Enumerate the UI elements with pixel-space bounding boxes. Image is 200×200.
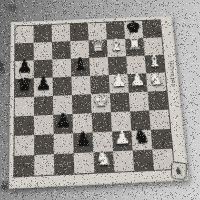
square-h3[interactable]: [149, 110, 170, 130]
square-f5[interactable]: ♟: [109, 74, 129, 93]
piece-black-pawn[interactable]: ♟: [73, 127, 93, 151]
square-g4[interactable]: [129, 92, 149, 112]
chess-board: ♚♛♝♜♟♝♝♛♟♟♟♞♚♟♟♟♞♞ Olympia ♞: [9, 15, 189, 188]
square-e6[interactable]: [89, 57, 108, 76]
piece-white-queen[interactable]: ♛: [88, 35, 107, 56]
square-f2[interactable]: ♟: [112, 131, 133, 152]
square-g1[interactable]: [133, 150, 154, 171]
square-d2[interactable]: ♟: [73, 132, 93, 153]
piece-white-pawn[interactable]: ♟: [109, 69, 129, 91]
piece-black-queen[interactable]: ♛: [15, 74, 34, 96]
square-d4[interactable]: [72, 94, 92, 114]
square-d8[interactable]: [70, 23, 89, 41]
piece-black-knight[interactable]: ♞: [131, 125, 152, 149]
board-frame: ♚♛♝♜♟♝♝♛♟♟♟♞♚♟♟♟♞♞ Olympia ♞: [9, 15, 189, 188]
square-b4[interactable]: [34, 96, 53, 116]
square-c1[interactable]: [54, 153, 74, 174]
square-a3[interactable]: [15, 116, 35, 136]
square-e3[interactable]: [92, 112, 112, 132]
square-a5[interactable]: ♛: [15, 78, 34, 97]
piece-white-pawn[interactable]: ♟: [112, 126, 133, 150]
square-c2[interactable]: [54, 133, 74, 154]
piece-white-bishop[interactable]: ♝: [107, 34, 127, 55]
piece-black-pawn[interactable]: ♟: [53, 109, 73, 132]
square-f7[interactable]: ♝: [107, 39, 126, 57]
square-b3[interactable]: [34, 115, 54, 135]
piece-white-pawn[interactable]: ♟: [127, 69, 147, 91]
square-h2[interactable]: [151, 129, 172, 150]
piece-white-knight[interactable]: ♞: [146, 68, 167, 90]
piece-black-pawn[interactable]: ♟: [34, 73, 53, 95]
square-g5[interactable]: ♟: [127, 73, 147, 92]
background-smudge: [1, 182, 8, 191]
square-a1[interactable]: [14, 155, 34, 176]
square-c7[interactable]: [52, 41, 71, 59]
brand-text: Olympia: [169, 61, 178, 88]
square-e7[interactable]: ♛: [89, 40, 108, 58]
piece-black-bishop[interactable]: ♝: [71, 53, 90, 74]
square-c8[interactable]: [52, 24, 71, 42]
square-g7[interactable]: ♜: [125, 38, 145, 56]
square-h5[interactable]: ♞: [146, 73, 166, 92]
background-smudge: [8, 4, 17, 11]
square-b1[interactable]: [34, 154, 54, 175]
square-b2[interactable]: [34, 134, 54, 155]
square-c5[interactable]: [53, 77, 72, 96]
brand-crest-icon: ♞: [171, 162, 187, 181]
square-d5[interactable]: [71, 76, 91, 95]
background-smudge: [0, 60, 4, 76]
square-f1[interactable]: [113, 150, 134, 171]
square-e4[interactable]: ♚: [91, 93, 111, 113]
board-grid: ♚♛♝♜♟♝♝♛♟♟♟♞♚♟♟♟♞♞: [14, 20, 174, 176]
square-f4[interactable]: [110, 93, 130, 113]
square-g2[interactable]: ♞: [131, 130, 152, 151]
square-a8[interactable]: [15, 26, 33, 44]
piece-white-knight[interactable]: ♞: [93, 146, 114, 170]
square-c6[interactable]: [52, 59, 71, 78]
square-b5[interactable]: ♟: [34, 77, 53, 96]
square-h4[interactable]: [148, 91, 169, 111]
square-c3[interactable]: ♟: [53, 114, 73, 134]
square-b8[interactable]: [34, 25, 52, 43]
chessboard-photo: ♚♛♝♜♟♝♝♛♟♟♟♞♚♟♟♟♞♞ Olympia ♞: [0, 0, 200, 200]
square-a2[interactable]: [14, 135, 34, 156]
piece-white-rook[interactable]: ♜: [125, 34, 145, 55]
piece-white-king[interactable]: ♚: [91, 89, 111, 112]
square-d1[interactable]: [74, 152, 95, 173]
square-a4[interactable]: [15, 97, 34, 117]
square-d6[interactable]: ♝: [71, 58, 90, 77]
square-h8[interactable]: [142, 20, 162, 38]
square-e1[interactable]: ♞: [93, 151, 114, 172]
square-b7[interactable]: [34, 42, 53, 60]
